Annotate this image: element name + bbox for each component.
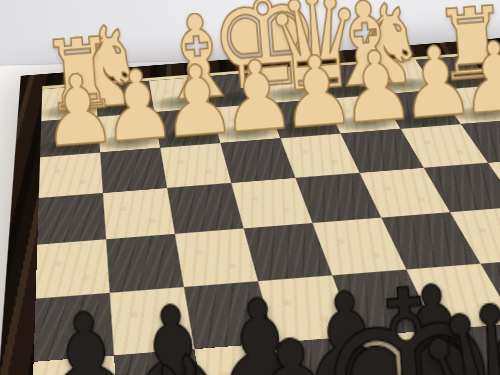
piece-white-bishop: ♝ <box>151 13 206 108</box>
square-g3 <box>100 148 167 193</box>
square-h3 <box>39 152 103 198</box>
square-h1: ♜ <box>41 85 98 121</box>
square-h6 <box>34 293 114 362</box>
piece-white-queen: ♛ <box>262 0 318 99</box>
board-squares: ♜♞♝♚♛♝♞♜♟♟♟♟♟♟♟♟♟♟♟♟♟♟♟♟♜♞♝♚♛♝♞♜ <box>28 56 500 375</box>
square-f3 <box>160 143 231 188</box>
board-playing-area: ♜♞♝♚♛♝♞♜♟♟♟♟♟♟♟♟♟♟♟♟♟♟♟♟♜♞♝♚♛♝♞♜ <box>27 53 500 375</box>
square-h4 <box>37 193 106 245</box>
perspective-scene: ♜♞♝♚♛♝♞♜♟♟♟♟♟♟♟♟♟♟♟♟♟♟♟♟♜♞♝♚♛♝♞♜ <box>0 0 500 375</box>
square-f1: ♝ <box>149 77 211 113</box>
chess-board: ♜♞♝♚♛♝♞♜♟♟♟♟♟♟♟♟♟♟♟♟♟♟♟♟♜♞♝♚♛♝♞♜ <box>0 36 500 375</box>
square-h2: ♟ <box>40 117 100 157</box>
square-g2: ♟ <box>98 112 161 152</box>
square-g5 <box>106 234 184 293</box>
piece-white-king: ♚ <box>205 0 262 104</box>
square-g1: ♞ <box>96 81 155 117</box>
square-f2: ♟ <box>154 108 220 148</box>
piece-white-bishop: ♝ <box>319 0 374 95</box>
photo-scene: ♜♞♝♚♛♝♞♜♟♟♟♟♟♟♟♟♟♟♟♟♟♟♟♟♜♞♝♚♛♝♞♜ <box>0 0 500 375</box>
square-d1: ♛ <box>256 68 324 103</box>
square-f4 <box>167 183 244 234</box>
square-h5 <box>36 239 110 298</box>
piece-shadow <box>450 360 500 375</box>
square-g6 <box>110 287 195 355</box>
square-g4 <box>103 188 175 239</box>
